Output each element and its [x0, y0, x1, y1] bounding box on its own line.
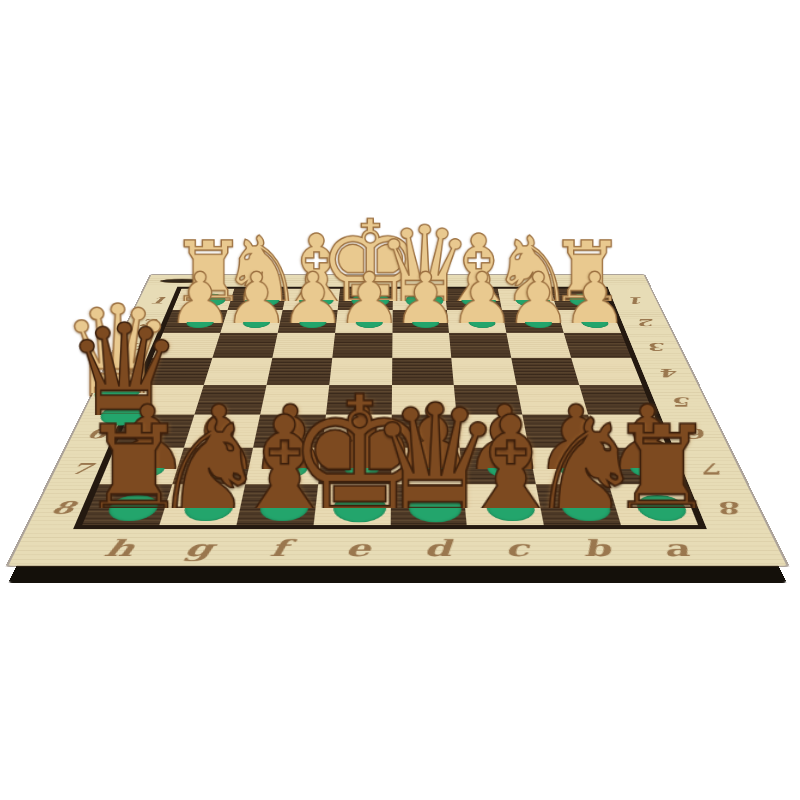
- rank-label-right-4: 4: [659, 367, 682, 378]
- square-d5: [391, 385, 457, 415]
- square-e3: [332, 333, 392, 358]
- square-d3: [392, 333, 452, 358]
- rank-label-left-8: 8: [48, 499, 77, 516]
- square-f5: [260, 385, 329, 415]
- square-g1: [228, 289, 287, 310]
- file-label-f: f: [268, 537, 288, 560]
- file-label-g: g: [182, 537, 215, 560]
- square-c3: [449, 333, 511, 358]
- square-g6: [184, 415, 260, 448]
- square-d6: [391, 415, 460, 448]
- rank-label-left-3: 3: [126, 342, 148, 352]
- square-a2: [557, 310, 621, 333]
- square-c2: [447, 310, 506, 333]
- square-f6: [253, 415, 326, 448]
- square-b5: [517, 385, 589, 415]
- square-g5: [194, 385, 266, 415]
- rank-label-right-7: 7: [700, 461, 727, 476]
- square-d4: [392, 357, 455, 384]
- square-g3: [212, 333, 277, 358]
- square-f4: [266, 357, 332, 384]
- chessboard: 1122334455667788hgfedcba♜♞♝♚♛♝♞♜♟♟♟♟♟♟♟♟…: [8, 275, 786, 566]
- rank-label-right-2: 2: [637, 318, 658, 328]
- square-h2: [163, 310, 228, 333]
- brand-logo-oval: [159, 279, 204, 283]
- file-label-b: b: [580, 537, 613, 560]
- photo-stage: 1122334455667788hgfedcba♜♞♝♚♛♝♞♜♟♟♟♟♟♟♟♟…: [0, 0, 800, 800]
- rank-label-right-1: 1: [628, 296, 648, 305]
- square-h4: [141, 357, 212, 384]
- squares-grid: [82, 289, 698, 526]
- square-e1: [337, 289, 392, 310]
- square-b1: [498, 289, 557, 310]
- square-a4: [571, 357, 642, 384]
- square-c5: [454, 385, 522, 415]
- square-a3: [564, 333, 631, 358]
- square-h3: [153, 333, 221, 358]
- piece-white-king-e1: ♚: [293, 184, 448, 301]
- file-label-c: c: [503, 537, 530, 560]
- square-b2: [502, 310, 564, 333]
- square-f2: [278, 310, 338, 333]
- rank-label-left-2: 2: [137, 318, 158, 328]
- square-c4: [452, 357, 517, 384]
- square-c6: [457, 415, 529, 448]
- piece-white-queen-d1: ♛: [347, 193, 502, 301]
- square-e4: [329, 357, 392, 384]
- rank-label-left-1: 1: [148, 296, 168, 305]
- square-b4: [511, 357, 579, 384]
- board-inner-frame: [73, 287, 707, 530]
- square-f1: [282, 289, 339, 310]
- file-label-e: e: [345, 537, 371, 560]
- square-e2: [335, 310, 392, 333]
- square-b6: [523, 415, 599, 448]
- square-a5: [579, 385, 654, 415]
- square-h1: [173, 289, 235, 310]
- rank-label-right-5: 5: [672, 396, 696, 408]
- rank-label-right-3: 3: [648, 342, 670, 352]
- square-a6: [588, 415, 667, 448]
- square-c1: [445, 289, 502, 310]
- square-d1: [392, 289, 447, 310]
- square-b3: [507, 333, 572, 358]
- file-label-h: h: [101, 537, 138, 560]
- square-f3: [272, 333, 335, 358]
- rank-label-right-8: 8: [717, 499, 746, 516]
- square-d2: [392, 310, 449, 333]
- square-e5: [326, 385, 392, 415]
- file-label-d: d: [423, 537, 452, 560]
- file-label-a: a: [659, 537, 692, 560]
- square-g2: [220, 310, 282, 333]
- rank-label-left-6: 6: [84, 427, 110, 441]
- square-a1: [551, 289, 612, 310]
- square-e6: [322, 415, 391, 448]
- rank-label-left-7: 7: [67, 461, 94, 476]
- rank-label-right-6: 6: [685, 427, 711, 441]
- felt-base: [416, 460, 451, 478]
- rank-label-left-4: 4: [113, 367, 136, 378]
- chessboard-scene: 1122334455667788hgfedcba♜♞♝♚♛♝♞♜♟♟♟♟♟♟♟♟…: [96, 86, 699, 689]
- square-g4: [204, 357, 272, 384]
